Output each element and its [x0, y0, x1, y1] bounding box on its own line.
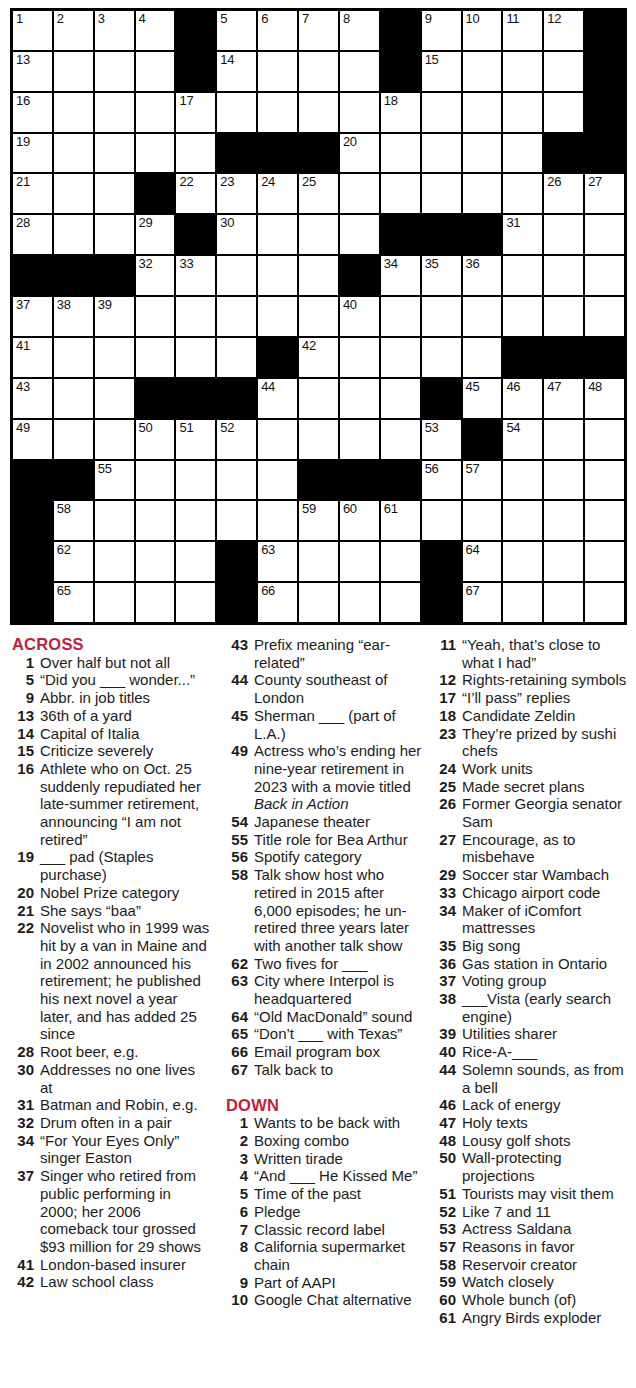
black-cell: [422, 542, 461, 581]
grid-cell[interactable]: 10: [463, 11, 502, 50]
clue-text: Spotify category: [254, 848, 424, 866]
clue-number: 15: [10, 742, 40, 760]
clue-number: 31: [10, 1096, 40, 1114]
clue-number: 6: [224, 1203, 254, 1221]
grid-cell[interactable]: 20: [340, 134, 379, 173]
across-clue-30: 30Addresses no one lives at: [10, 1061, 211, 1096]
grid-cell[interactable]: [176, 501, 215, 540]
grid-cell[interactable]: [585, 461, 624, 500]
grid-cell[interactable]: [585, 297, 624, 336]
grid-cell[interactable]: 29: [136, 215, 175, 254]
down-clue-34: 34Maker of iComfort mattresses: [432, 902, 632, 937]
black-cell: [258, 338, 297, 377]
across-clue-19: 19___ pad (Staples purchase): [10, 848, 211, 883]
clue-text: Google Chat alternative: [254, 1291, 424, 1309]
grid-cell[interactable]: [136, 297, 175, 336]
clue-text: Law school class: [40, 1273, 211, 1291]
clue-text: Lack of energy: [462, 1096, 632, 1114]
cell-number: 9: [425, 12, 432, 26]
across-clue-32: 32Drum often in a pair: [10, 1114, 211, 1132]
grid-cell[interactable]: [544, 256, 583, 295]
grid-cell[interactable]: 49: [13, 420, 52, 459]
grid-cell[interactable]: [503, 174, 542, 213]
grid-cell[interactable]: [217, 93, 256, 132]
grid-cell[interactable]: [544, 461, 583, 500]
grid-cell[interactable]: 16: [13, 93, 52, 132]
clue-number: 62: [224, 955, 254, 973]
crossword-grid: 1234567891011121314151617181920212223242…: [10, 8, 627, 625]
cell-number: 47: [547, 380, 561, 394]
clue-text: Wall-protecting projections: [462, 1149, 632, 1184]
down-clue-25: 25Made secret plans: [432, 778, 632, 796]
clue-text: Holy texts: [462, 1114, 632, 1132]
clue-number: 49: [224, 742, 254, 813]
down-clue-47: 47Holy texts: [432, 1114, 632, 1132]
grid-cell[interactable]: [136, 52, 175, 91]
grid-cell[interactable]: [340, 93, 379, 132]
grid-cell[interactable]: [463, 174, 502, 213]
clue-number: 58: [432, 1256, 462, 1274]
grid-cell[interactable]: 54: [503, 420, 542, 459]
cell-number: 11: [506, 12, 519, 26]
clue-text: Work units: [462, 760, 632, 778]
grid-cell[interactable]: 37: [13, 297, 52, 336]
grid-cell[interactable]: [340, 174, 379, 213]
down-clue-58: 58Reservoir creator: [432, 1256, 632, 1274]
clue-text: Like 7 and 11: [462, 1203, 632, 1221]
grid-cell[interactable]: 21: [13, 174, 52, 213]
grid-cell[interactable]: [95, 215, 134, 254]
down-clue-2: 2Boxing combo: [224, 1132, 424, 1150]
grid-cell[interactable]: [503, 134, 542, 173]
clue-number: 3: [224, 1150, 254, 1168]
grid-cell[interactable]: [381, 379, 420, 418]
down-clue-52: 52Like 7 and 11: [432, 1203, 632, 1221]
grid-cell[interactable]: [463, 501, 502, 540]
grid-cell[interactable]: 65: [54, 583, 93, 622]
clue-number: 29: [432, 866, 462, 884]
grid-cell[interactable]: 41: [13, 338, 52, 377]
clue-number: 36: [432, 955, 462, 973]
grid-cell[interactable]: 47: [544, 379, 583, 418]
clue-text: Email program box: [254, 1043, 424, 1061]
grid-cell[interactable]: [503, 542, 542, 581]
grid-cell[interactable]: [503, 93, 542, 132]
grid-cell[interactable]: [95, 420, 134, 459]
black-cell: [463, 215, 502, 254]
cell-number: 20: [343, 135, 357, 149]
grid-cell[interactable]: [544, 542, 583, 581]
grid-cell[interactable]: [544, 583, 583, 622]
grid-cell[interactable]: 33: [176, 256, 215, 295]
black-cell: [176, 52, 215, 91]
grid-cell[interactable]: [176, 461, 215, 500]
clue-text: Big song: [462, 937, 632, 955]
across-clue-55: 55Title role for Bea Arthur: [224, 831, 424, 849]
black-cell: [422, 215, 461, 254]
clue-text: Boxing combo: [254, 1132, 424, 1150]
grid-cell[interactable]: [340, 379, 379, 418]
grid-cell[interactable]: 60: [340, 501, 379, 540]
grid-cell[interactable]: [176, 583, 215, 622]
grid-cell[interactable]: [340, 583, 379, 622]
clue-text: Novelist who in 1999 was hit by a van in…: [40, 919, 211, 1043]
grid-cell[interactable]: [299, 52, 338, 91]
grid-cell[interactable]: 22: [176, 174, 215, 213]
grid-cell[interactable]: [258, 93, 297, 132]
across-clue-37: 37Singer who retired from public perform…: [10, 1167, 211, 1256]
clue-text: Capital of Italia: [40, 725, 211, 743]
grid-cell[interactable]: [54, 134, 93, 173]
down-clue-9: 9Part of AAPI: [224, 1274, 424, 1292]
grid-cell[interactable]: 44: [258, 379, 297, 418]
grid-cell[interactable]: [54, 52, 93, 91]
down-clue-29: 29Soccer star Wambach: [432, 866, 632, 884]
across-clue-56: 56Spotify category: [224, 848, 424, 866]
grid-cell[interactable]: [422, 501, 461, 540]
black-cell: [381, 215, 420, 254]
down-clue-46: 46Lack of energy: [432, 1096, 632, 1114]
across-clue-42: 42Law school class: [10, 1273, 211, 1291]
cell-number: 16: [16, 94, 30, 108]
grid-cell[interactable]: [463, 134, 502, 173]
grid-cell[interactable]: [95, 542, 134, 581]
grid-cell[interactable]: [258, 501, 297, 540]
black-cell: [422, 379, 461, 418]
down-clue-59: 59Watch closely: [432, 1273, 632, 1291]
grid-cell[interactable]: [381, 338, 420, 377]
grid-cell[interactable]: [340, 52, 379, 91]
grid-cell[interactable]: 11: [503, 11, 542, 50]
grid-wrapper: 1234567891011121314151617181920212223242…: [0, 0, 636, 625]
clue-number: 8: [224, 1238, 254, 1273]
grid-cell[interactable]: 56: [422, 461, 461, 500]
clue-number: 50: [432, 1149, 462, 1184]
down-clue-38: 38___Vista (early search engine): [432, 990, 632, 1025]
grid-cell[interactable]: 4: [136, 11, 175, 50]
grid-cell[interactable]: 67: [463, 583, 502, 622]
across-clue-44: 44County southeast of London: [224, 671, 424, 706]
grid-cell[interactable]: [299, 93, 338, 132]
grid-cell[interactable]: [136, 93, 175, 132]
grid-cell[interactable]: 3: [95, 11, 134, 50]
grid-cell[interactable]: [217, 461, 256, 500]
clue-text: Time of the past: [254, 1185, 424, 1203]
grid-cell[interactable]: [54, 174, 93, 213]
grid-cell[interactable]: [95, 583, 134, 622]
clue-text: “Yeah, that’s close to what I had”: [462, 636, 632, 671]
grid-cell[interactable]: [299, 542, 338, 581]
grid-cell[interactable]: [95, 52, 134, 91]
grid-cell[interactable]: [381, 134, 420, 173]
grid-cell[interactable]: [258, 256, 297, 295]
grid-cell[interactable]: 61: [381, 501, 420, 540]
grid-cell[interactable]: [95, 93, 134, 132]
clue-text: Talk back to: [254, 1061, 424, 1079]
grid-cell[interactable]: [54, 420, 93, 459]
grid-cell[interactable]: 66: [258, 583, 297, 622]
black-cell: [13, 583, 52, 622]
grid-cell[interactable]: 25: [299, 174, 338, 213]
cell-number: 10: [466, 12, 480, 26]
grid-cell[interactable]: [381, 297, 420, 336]
grid-cell[interactable]: [381, 420, 420, 459]
cell-number: 6: [261, 12, 268, 26]
grid-cell[interactable]: [258, 52, 297, 91]
black-cell: [585, 11, 624, 50]
grid-cell[interactable]: [136, 134, 175, 173]
grid-cell[interactable]: 35: [422, 256, 461, 295]
grid-cell[interactable]: [585, 542, 624, 581]
clue-text: Classic record label: [254, 1221, 424, 1239]
grid-cell[interactable]: [136, 461, 175, 500]
grid-cell[interactable]: 31: [503, 215, 542, 254]
grid-cell[interactable]: [503, 297, 542, 336]
grid-cell[interactable]: [54, 215, 93, 254]
grid-cell[interactable]: 27: [585, 174, 624, 213]
grid-cell[interactable]: [381, 583, 420, 622]
grid-cell[interactable]: 26: [544, 174, 583, 213]
grid-cell[interactable]: 34: [381, 256, 420, 295]
cell-number: 58: [57, 502, 71, 516]
grid-cell[interactable]: 13: [13, 52, 52, 91]
clue-text: Soccer star Wambach: [462, 866, 632, 884]
across-clue-58: 58Talk show host who retired in 2015 aft…: [224, 866, 424, 955]
clue-text: Whole bunch (of): [462, 1291, 632, 1309]
grid-cell[interactable]: [95, 134, 134, 173]
down-clue-1: 1Wants to be back with: [224, 1114, 424, 1132]
grid-cell[interactable]: [544, 52, 583, 91]
grid-cell[interactable]: [299, 583, 338, 622]
clue-number: 33: [432, 884, 462, 902]
grid-cell[interactable]: [422, 338, 461, 377]
grid-cell[interactable]: [585, 256, 624, 295]
clue-column-1: ACROSS1Over half but not all5“Did you __…: [10, 636, 211, 1291]
grid-cell[interactable]: 17: [176, 93, 215, 132]
grid-cell[interactable]: 63: [258, 542, 297, 581]
grid-cell[interactable]: [217, 338, 256, 377]
grid-cell[interactable]: 58: [54, 501, 93, 540]
grid-cell[interactable]: [299, 297, 338, 336]
across-clue-16: 16Athlete who on Oct. 25 suddenly repudi…: [10, 760, 211, 849]
clue-number: 60: [432, 1291, 462, 1309]
down-clue-51: 51Tourists may visit them: [432, 1185, 632, 1203]
down-header: DOWN: [226, 1097, 424, 1115]
clue-text: Watch closely: [462, 1273, 632, 1291]
grid-cell[interactable]: 12: [544, 11, 583, 50]
grid-cell[interactable]: [544, 215, 583, 254]
grid-cell[interactable]: [544, 420, 583, 459]
clue-number: 37: [10, 1167, 40, 1256]
grid-cell[interactable]: 1: [13, 11, 52, 50]
down-clue-23: 23They’re prized by sushi chefs: [432, 725, 632, 760]
grid-cell[interactable]: [299, 379, 338, 418]
grid-cell[interactable]: 64: [463, 542, 502, 581]
clue-number: 37: [432, 972, 462, 990]
cell-number: 24: [261, 175, 275, 189]
grid-cell[interactable]: 40: [340, 297, 379, 336]
grid-cell[interactable]: [422, 134, 461, 173]
cell-number: 63: [261, 543, 275, 557]
grid-cell[interactable]: [136, 338, 175, 377]
grid-cell[interactable]: 62: [54, 542, 93, 581]
down-clue-40: 40Rice-A-___: [432, 1043, 632, 1061]
clue-number: 11: [432, 636, 462, 671]
grid-cell[interactable]: [503, 52, 542, 91]
clue-number: 48: [432, 1132, 462, 1150]
grid-cell[interactable]: [95, 501, 134, 540]
grid-cell[interactable]: [217, 297, 256, 336]
cell-number: 21: [16, 175, 30, 189]
grid-cell[interactable]: [463, 338, 502, 377]
cell-number: 54: [506, 421, 520, 435]
grid-cell[interactable]: 14: [217, 52, 256, 91]
clue-text: Actress Saldana: [462, 1220, 632, 1238]
grid-cell[interactable]: [176, 542, 215, 581]
grid-cell[interactable]: 19: [13, 134, 52, 173]
grid-cell[interactable]: [422, 93, 461, 132]
grid-cell[interactable]: [54, 93, 93, 132]
grid-cell[interactable]: 28: [13, 215, 52, 254]
grid-cell[interactable]: [258, 420, 297, 459]
grid-cell[interactable]: 18: [381, 93, 420, 132]
grid-cell[interactable]: 24: [258, 174, 297, 213]
grid-cell[interactable]: [503, 583, 542, 622]
grid-cell[interactable]: 8: [340, 11, 379, 50]
grid-cell[interactable]: [95, 338, 134, 377]
grid-cell[interactable]: 46: [503, 379, 542, 418]
clue-text: ___Vista (early search engine): [462, 990, 632, 1025]
grid-cell[interactable]: [176, 134, 215, 173]
grid-cell[interactable]: [258, 215, 297, 254]
grid-cell[interactable]: 2: [54, 11, 93, 50]
grid-cell[interactable]: 15: [422, 52, 461, 91]
black-cell: [176, 379, 215, 418]
cell-number: 2: [57, 12, 64, 26]
clue-number: 58: [224, 866, 254, 955]
grid-cell[interactable]: [463, 52, 502, 91]
grid-cell[interactable]: 39: [95, 297, 134, 336]
grid-cell[interactable]: [136, 583, 175, 622]
clue-number: 32: [10, 1114, 40, 1132]
grid-cell[interactable]: [381, 542, 420, 581]
clue-number: 54: [224, 813, 254, 831]
grid-cell[interactable]: [340, 215, 379, 254]
grid-cell[interactable]: [54, 338, 93, 377]
down-clue-33: 33Chicago airport code: [432, 884, 632, 902]
clue-text: Lousy golf shots: [462, 1132, 632, 1150]
grid-cell[interactable]: 6: [258, 11, 297, 50]
grid-cell[interactable]: [176, 338, 215, 377]
grid-cell[interactable]: 30: [217, 215, 256, 254]
black-cell: [54, 461, 93, 500]
down-clue-11: 11“Yeah, that’s close to what I had”: [432, 636, 632, 671]
clues-section: ACROSS1Over half but not all5“Did you __…: [0, 625, 636, 1326]
grid-cell[interactable]: [54, 379, 93, 418]
grid-cell[interactable]: 43: [13, 379, 52, 418]
grid-cell[interactable]: [176, 297, 215, 336]
black-cell: [463, 420, 502, 459]
grid-cell[interactable]: [217, 501, 256, 540]
grid-cell[interactable]: 50: [136, 420, 175, 459]
grid-cell[interactable]: [95, 379, 134, 418]
grid-cell[interactable]: [503, 256, 542, 295]
grid-cell[interactable]: [299, 256, 338, 295]
grid-cell[interactable]: [422, 174, 461, 213]
grid-cell[interactable]: [544, 297, 583, 336]
grid-cell[interactable]: [340, 542, 379, 581]
grid-cell[interactable]: 23: [217, 174, 256, 213]
grid-cell[interactable]: 53: [422, 420, 461, 459]
grid-cell[interactable]: [503, 501, 542, 540]
clue-number: 55: [224, 831, 254, 849]
grid-cell[interactable]: [585, 215, 624, 254]
grid-cell[interactable]: [136, 501, 175, 540]
black-cell: [13, 256, 52, 295]
grid-cell[interactable]: 51: [176, 420, 215, 459]
grid-cell[interactable]: 59: [299, 501, 338, 540]
cell-number: 46: [506, 380, 520, 394]
grid-cell[interactable]: 57: [463, 461, 502, 500]
grid-cell[interactable]: 42: [299, 338, 338, 377]
grid-cell[interactable]: [95, 174, 134, 213]
grid-cell[interactable]: [503, 461, 542, 500]
clue-number: 21: [10, 902, 40, 920]
grid-cell[interactable]: 7: [299, 11, 338, 50]
cell-number: 55: [98, 462, 112, 476]
grid-cell[interactable]: 38: [54, 297, 93, 336]
grid-cell[interactable]: 55: [95, 461, 134, 500]
grid-cell[interactable]: [463, 93, 502, 132]
grid-cell[interactable]: [217, 256, 256, 295]
grid-cell[interactable]: 52: [217, 420, 256, 459]
clue-text: Title role for Bea Arthur: [254, 831, 424, 849]
grid-cell[interactable]: [340, 338, 379, 377]
grid-cell[interactable]: [258, 461, 297, 500]
clue-text: Part of AAPI: [254, 1274, 424, 1292]
grid-cell[interactable]: [340, 420, 379, 459]
grid-cell[interactable]: [544, 501, 583, 540]
grid-cell[interactable]: [463, 297, 502, 336]
grid-cell[interactable]: 9: [422, 11, 461, 50]
grid-cell[interactable]: [544, 93, 583, 132]
grid-cell[interactable]: 32: [136, 256, 175, 295]
cell-number: 40: [343, 298, 357, 312]
grid-cell[interactable]: 5: [217, 11, 256, 50]
grid-cell[interactable]: [585, 420, 624, 459]
grid-cell[interactable]: 45: [463, 379, 502, 418]
grid-cell[interactable]: [299, 215, 338, 254]
cell-number: 7: [302, 12, 309, 26]
clue-text: Criticize severely: [40, 742, 211, 760]
grid-cell[interactable]: [585, 583, 624, 622]
cell-number: 65: [57, 584, 71, 598]
grid-cell[interactable]: [136, 542, 175, 581]
grid-cell[interactable]: [258, 297, 297, 336]
grid-cell[interactable]: [422, 297, 461, 336]
grid-cell[interactable]: [299, 420, 338, 459]
grid-cell[interactable]: 36: [463, 256, 502, 295]
grid-cell[interactable]: 48: [585, 379, 624, 418]
grid-cell[interactable]: [381, 174, 420, 213]
down-clue-5: 5Time of the past: [224, 1185, 424, 1203]
clue-number: 59: [432, 1273, 462, 1291]
cell-number: 26: [547, 175, 561, 189]
across-clue-45: 45Sherman ___ (part of L.A.): [224, 707, 424, 742]
cell-number: 12: [547, 12, 561, 26]
grid-cell[interactable]: [585, 501, 624, 540]
cell-number: 15: [425, 53, 439, 67]
